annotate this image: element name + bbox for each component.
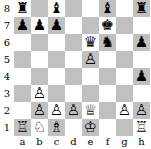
white-pawn-e5: ♙: [84, 51, 97, 68]
square-b4[interactable]: [31, 68, 48, 85]
square-h8[interactable]: ♜: [133, 0, 150, 17]
square-b7[interactable]: ♟: [31, 17, 48, 34]
white-pawn-b2: ♙: [33, 102, 46, 119]
square-d8[interactable]: [65, 0, 82, 17]
white-pawn-d2: ♙: [67, 102, 80, 119]
square-a8[interactable]: ♜: [14, 0, 31, 17]
square-g1[interactable]: [116, 119, 133, 136]
white-pawn-c2: ♙: [50, 102, 63, 119]
square-f1[interactable]: [99, 119, 116, 136]
black-king-f7: ♚: [101, 17, 114, 34]
square-d2[interactable]: ♙: [65, 102, 82, 119]
white-rook-a1: ♖: [16, 119, 29, 136]
black-pawn-b7: ♟: [33, 17, 46, 34]
black-pawn-c7: ♟: [50, 17, 63, 34]
square-b5[interactable]: [31, 51, 48, 68]
square-e3[interactable]: [82, 85, 99, 102]
white-bishop-c1: ♗: [50, 119, 63, 136]
file-label-g: g: [116, 136, 133, 149]
rank-label-3: 3: [0, 85, 14, 102]
square-b8[interactable]: [31, 0, 48, 17]
square-d4[interactable]: [65, 68, 82, 85]
black-rook-a8: ♜: [16, 0, 29, 17]
rank-label-8: 8: [0, 0, 14, 17]
square-a2[interactable]: [14, 102, 31, 119]
square-c4[interactable]: [48, 68, 65, 85]
square-d3[interactable]: [65, 85, 82, 102]
square-g8[interactable]: [116, 0, 133, 17]
black-pawn-h6: ♟: [135, 34, 148, 51]
white-pawn-b3: ♙: [33, 85, 46, 102]
rank-label-4: 4: [0, 68, 14, 85]
square-e5[interactable]: ♙: [82, 51, 99, 68]
square-f3[interactable]: [99, 85, 116, 102]
black-queen-e6: ♛: [84, 34, 97, 51]
square-e2[interactable]: ♕: [82, 102, 99, 119]
file-label-b: b: [31, 136, 48, 149]
square-h1[interactable]: ♖: [133, 119, 150, 136]
square-a5[interactable]: [14, 51, 31, 68]
square-f6[interactable]: ♞: [99, 34, 116, 51]
square-a4[interactable]: [14, 68, 31, 85]
rank-label-1: 1: [0, 119, 14, 136]
rank-label-2: 2: [0, 102, 14, 119]
square-a6[interactable]: [14, 34, 31, 51]
square-d5[interactable]: [65, 51, 82, 68]
square-a1[interactable]: ♖: [14, 119, 31, 136]
file-label-c: c: [48, 136, 65, 149]
square-b6[interactable]: [31, 34, 48, 51]
square-h7[interactable]: [133, 17, 150, 34]
square-c1[interactable]: ♗: [48, 119, 65, 136]
square-g4[interactable]: [116, 68, 133, 85]
rank-labels: 87654321: [0, 0, 14, 136]
square-g6[interactable]: [116, 34, 133, 51]
rank-label-6: 6: [0, 34, 14, 51]
file-label-d: d: [65, 136, 82, 149]
white-pawn-h2: ♙: [135, 102, 148, 119]
file-label-f: f: [99, 136, 116, 149]
white-rook-h1: ♖: [135, 119, 148, 136]
square-b3[interactable]: ♙: [31, 85, 48, 102]
square-g3[interactable]: [116, 85, 133, 102]
square-c5[interactable]: [48, 51, 65, 68]
square-e4[interactable]: [82, 68, 99, 85]
square-c2[interactable]: ♙: [48, 102, 65, 119]
square-f2[interactable]: [99, 102, 116, 119]
black-bishop-c8: ♝: [50, 0, 63, 17]
square-f5[interactable]: [99, 51, 116, 68]
square-g5[interactable]: [116, 51, 133, 68]
square-d1[interactable]: [65, 119, 82, 136]
square-h4[interactable]: ♟: [133, 68, 150, 85]
black-rook-h8: ♜: [135, 0, 148, 17]
square-f4[interactable]: [99, 68, 116, 85]
black-knight-f6: ♞: [101, 34, 114, 51]
square-e7[interactable]: [82, 17, 99, 34]
rank-label-5: 5: [0, 51, 14, 68]
square-h2[interactable]: ♙: [133, 102, 150, 119]
square-h5[interactable]: [133, 51, 150, 68]
square-c6[interactable]: [48, 34, 65, 51]
square-c3[interactable]: [48, 85, 65, 102]
square-h6[interactable]: ♟: [133, 34, 150, 51]
white-knight-b1: ♘: [33, 119, 46, 136]
square-g7[interactable]: [116, 17, 133, 34]
black-pawn-a7: ♟: [16, 17, 29, 34]
white-king-e1: ♔: [84, 119, 97, 136]
square-c8[interactable]: ♝: [48, 0, 65, 17]
square-b1[interactable]: ♘: [31, 119, 48, 136]
square-h3[interactable]: [133, 85, 150, 102]
square-a3[interactable]: [14, 85, 31, 102]
board-grid: ♜♝♝♜♟♟♟♚♛♞♟♙♟♙♙♙♙♕♙♙♖♘♗♔♖: [14, 0, 150, 136]
square-f7[interactable]: ♚: [99, 17, 116, 34]
file-label-a: a: [14, 136, 31, 149]
square-c7[interactable]: ♟: [48, 17, 65, 34]
square-e1[interactable]: ♔: [82, 119, 99, 136]
black-bishop-f8: ♝: [101, 0, 114, 17]
file-label-e: e: [82, 136, 99, 149]
black-pawn-h4: ♟: [135, 68, 148, 85]
square-d7[interactable]: [65, 17, 82, 34]
square-g2[interactable]: ♙: [116, 102, 133, 119]
white-pawn-g2: ♙: [118, 102, 131, 119]
square-d6[interactable]: [65, 34, 82, 51]
square-b2[interactable]: ♙: [31, 102, 48, 119]
white-queen-e2: ♕: [84, 102, 97, 119]
file-labels: abcdefgh: [14, 136, 150, 149]
square-f8[interactable]: ♝: [99, 0, 116, 17]
square-e6[interactable]: ♛: [82, 34, 99, 51]
rank-label-7: 7: [0, 17, 14, 34]
square-e8[interactable]: [82, 0, 99, 17]
chessboard: 87654321 ♜♝♝♜♟♟♟♚♛♞♟♙♟♙♙♙♙♕♙♙♖♘♗♔♖ abcde…: [0, 0, 151, 149]
file-label-h: h: [133, 136, 150, 149]
square-a7[interactable]: ♟: [14, 17, 31, 34]
